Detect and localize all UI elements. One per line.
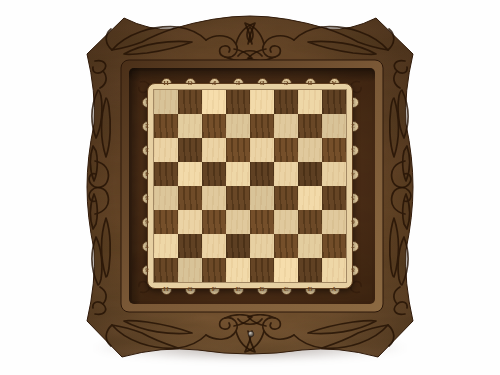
square-h7 [154, 234, 178, 258]
coord-label-bottom-F: F [208, 283, 220, 295]
coord-label-top-G: G [184, 77, 196, 89]
square-c4 [274, 162, 298, 186]
coord-label-top-C: C [280, 77, 292, 89]
coord-label-bottom-E: E [232, 283, 244, 295]
square-d2 [250, 114, 274, 138]
square-c1 [274, 90, 298, 114]
coord-label-top-B: B [304, 77, 316, 89]
square-d6 [250, 210, 274, 234]
coord-label-left-1: 1 [141, 96, 153, 108]
square-a8 [322, 258, 346, 282]
square-g2 [178, 114, 202, 138]
square-c6 [274, 210, 298, 234]
square-f6 [202, 210, 226, 234]
square-b5 [298, 186, 322, 210]
square-h5 [154, 186, 178, 210]
product-photo-chessboard: HH11GG22FF33EE44DD55CC66BB77AA88 [0, 0, 500, 375]
coord-label-bottom-G: G [184, 283, 196, 295]
coord-label-right-7: 7 [347, 240, 359, 252]
coord-label-right-6: 6 [347, 216, 359, 228]
square-c8 [274, 258, 298, 282]
square-e3 [226, 138, 250, 162]
square-f8 [202, 258, 226, 282]
coord-label-bottom-H: H [160, 283, 172, 295]
square-e5 [226, 186, 250, 210]
coord-label-bottom-A: A [328, 283, 340, 295]
square-e1 [226, 90, 250, 114]
square-b1 [298, 90, 322, 114]
square-f3 [202, 138, 226, 162]
square-f4 [202, 162, 226, 186]
coord-label-left-3: 3 [141, 144, 153, 156]
square-c2 [274, 114, 298, 138]
square-a4 [322, 162, 346, 186]
square-h4 [154, 162, 178, 186]
coord-label-left-4: 4 [141, 168, 153, 180]
square-e7 [226, 234, 250, 258]
coord-label-top-D: D [256, 77, 268, 89]
square-c5 [274, 186, 298, 210]
square-h2 [154, 114, 178, 138]
square-b6 [298, 210, 322, 234]
coord-label-right-3: 3 [347, 144, 359, 156]
square-b3 [298, 138, 322, 162]
square-g5 [178, 186, 202, 210]
square-h1 [154, 90, 178, 114]
square-a2 [322, 114, 346, 138]
coord-label-right-2: 2 [347, 120, 359, 132]
square-f7 [202, 234, 226, 258]
coord-label-right-5: 5 [347, 192, 359, 204]
board-grid [154, 90, 346, 282]
coord-label-top-F: F [208, 77, 220, 89]
square-b4 [298, 162, 322, 186]
square-g7 [178, 234, 202, 258]
square-e4 [226, 162, 250, 186]
coord-label-left-5: 5 [141, 192, 153, 204]
square-d7 [250, 234, 274, 258]
square-g1 [178, 90, 202, 114]
coord-label-top-H: H [160, 77, 172, 89]
square-h6 [154, 210, 178, 234]
coord-label-bottom-C: C [280, 283, 292, 295]
coord-label-left-2: 2 [141, 120, 153, 132]
coord-label-bottom-B: B [304, 283, 316, 295]
square-h3 [154, 138, 178, 162]
square-c7 [274, 234, 298, 258]
square-d4 [250, 162, 274, 186]
square-e6 [226, 210, 250, 234]
square-g8 [178, 258, 202, 282]
coord-label-left-8: 8 [141, 264, 153, 276]
coord-label-left-7: 7 [141, 240, 153, 252]
square-f1 [202, 90, 226, 114]
square-d3 [250, 138, 274, 162]
chess-board: HH11GG22FF33EE44DD55CC66BB77AA88 [0, 0, 500, 375]
square-a1 [322, 90, 346, 114]
coord-label-bottom-D: D [256, 283, 268, 295]
square-h8 [154, 258, 178, 282]
coord-label-left-6: 6 [141, 216, 153, 228]
coord-label-top-A: A [328, 77, 340, 89]
square-d8 [250, 258, 274, 282]
square-e8 [226, 258, 250, 282]
coord-label-right-8: 8 [347, 264, 359, 276]
coord-label-right-4: 4 [347, 168, 359, 180]
square-a6 [322, 210, 346, 234]
square-d5 [250, 186, 274, 210]
square-f2 [202, 114, 226, 138]
coord-label-top-E: E [232, 77, 244, 89]
square-g4 [178, 162, 202, 186]
square-a7 [322, 234, 346, 258]
square-b2 [298, 114, 322, 138]
square-a3 [322, 138, 346, 162]
square-g3 [178, 138, 202, 162]
square-b7 [298, 234, 322, 258]
square-d1 [250, 90, 274, 114]
square-c3 [274, 138, 298, 162]
square-a5 [322, 186, 346, 210]
square-b8 [298, 258, 322, 282]
square-g6 [178, 210, 202, 234]
square-f5 [202, 186, 226, 210]
coord-label-right-1: 1 [347, 96, 359, 108]
square-e2 [226, 114, 250, 138]
